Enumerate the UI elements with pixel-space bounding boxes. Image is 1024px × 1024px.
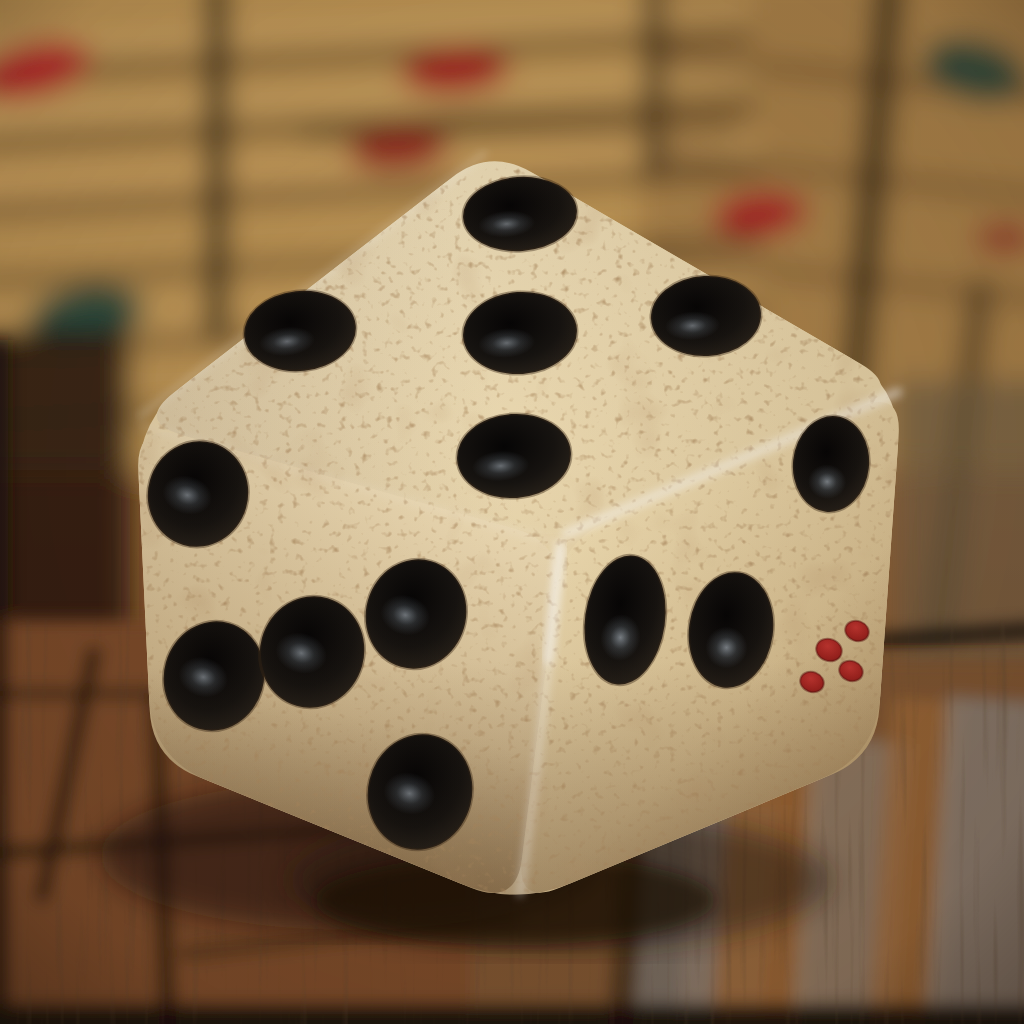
photo-vignette [0, 0, 1024, 1024]
dice-photo-scene [0, 0, 1024, 1024]
